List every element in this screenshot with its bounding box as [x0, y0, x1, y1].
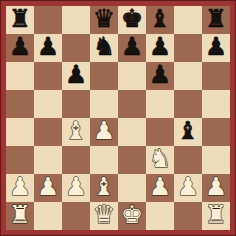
- piece-black-king[interactable]: ♚: [121, 6, 143, 33]
- square-f3[interactable]: ♞: [146, 146, 174, 174]
- square-e4[interactable]: [118, 118, 146, 146]
- piece-white-bishop[interactable]: ♝: [65, 118, 87, 145]
- square-g4[interactable]: ♝: [174, 118, 202, 146]
- piece-black-pawn[interactable]: ♟: [205, 34, 227, 61]
- piece-white-rook[interactable]: ♜: [205, 202, 227, 229]
- square-f6[interactable]: ♟: [146, 62, 174, 90]
- square-d7[interactable]: ♞: [90, 34, 118, 62]
- square-b6[interactable]: [34, 62, 62, 90]
- square-c4[interactable]: ♝: [62, 118, 90, 146]
- square-c2[interactable]: ♟: [62, 174, 90, 202]
- square-e3[interactable]: [118, 146, 146, 174]
- piece-black-pawn[interactable]: ♟: [9, 34, 31, 61]
- piece-white-pawn[interactable]: ♟: [205, 174, 227, 201]
- square-d4[interactable]: ♟: [90, 118, 118, 146]
- square-b7[interactable]: ♟: [34, 34, 62, 62]
- square-b2[interactable]: ♟: [34, 174, 62, 202]
- square-b3[interactable]: [34, 146, 62, 174]
- square-d3[interactable]: [90, 146, 118, 174]
- piece-black-pawn[interactable]: ♟: [121, 34, 143, 61]
- square-a6[interactable]: [6, 62, 34, 90]
- piece-black-bishop[interactable]: ♝: [177, 118, 199, 145]
- piece-black-bishop[interactable]: ♝: [149, 6, 171, 33]
- square-a8[interactable]: ♜: [6, 6, 34, 34]
- square-e5[interactable]: [118, 90, 146, 118]
- square-a7[interactable]: ♟: [6, 34, 34, 62]
- square-a2[interactable]: ♟: [6, 174, 34, 202]
- square-e1[interactable]: ♚: [118, 202, 146, 230]
- square-a4[interactable]: [6, 118, 34, 146]
- piece-black-queen[interactable]: ♛: [93, 6, 115, 33]
- square-g3[interactable]: [174, 146, 202, 174]
- square-h2[interactable]: ♟: [202, 174, 230, 202]
- square-c6[interactable]: ♟: [62, 62, 90, 90]
- square-f1[interactable]: [146, 202, 174, 230]
- square-d5[interactable]: [90, 90, 118, 118]
- piece-white-pawn[interactable]: ♟: [93, 118, 115, 145]
- square-a3[interactable]: [6, 146, 34, 174]
- square-c5[interactable]: [62, 90, 90, 118]
- square-c7[interactable]: [62, 34, 90, 62]
- square-f2[interactable]: ♟: [146, 174, 174, 202]
- square-g7[interactable]: [174, 34, 202, 62]
- square-b4[interactable]: [34, 118, 62, 146]
- square-a5[interactable]: [6, 90, 34, 118]
- square-d2[interactable]: ♝: [90, 174, 118, 202]
- board-grid: ♜♛♚♝♜♟♟♞♟♟♟♟♟♝♟♝♞♟♟♟♝♟♟♟♜♛♚♜: [6, 6, 230, 230]
- piece-white-king[interactable]: ♚: [121, 202, 143, 229]
- square-e7[interactable]: ♟: [118, 34, 146, 62]
- piece-black-knight[interactable]: ♞: [93, 34, 115, 61]
- chess-board: ♜♛♚♝♜♟♟♞♟♟♟♟♟♝♟♝♞♟♟♟♝♟♟♟♜♛♚♜: [0, 0, 236, 236]
- piece-white-bishop[interactable]: ♝: [93, 174, 115, 201]
- square-c8[interactable]: [62, 6, 90, 34]
- square-f7[interactable]: ♟: [146, 34, 174, 62]
- square-h3[interactable]: [202, 146, 230, 174]
- piece-white-pawn[interactable]: ♟: [37, 174, 59, 201]
- square-h1[interactable]: ♜: [202, 202, 230, 230]
- piece-black-rook[interactable]: ♜: [9, 6, 31, 33]
- square-b8[interactable]: [34, 6, 62, 34]
- piece-black-pawn[interactable]: ♟: [37, 34, 59, 61]
- square-g1[interactable]: [174, 202, 202, 230]
- square-a1[interactable]: ♜: [6, 202, 34, 230]
- square-f8[interactable]: ♝: [146, 6, 174, 34]
- piece-white-knight[interactable]: ♞: [149, 146, 171, 173]
- piece-white-queen[interactable]: ♛: [93, 202, 115, 229]
- square-g6[interactable]: [174, 62, 202, 90]
- square-d6[interactable]: [90, 62, 118, 90]
- square-g8[interactable]: [174, 6, 202, 34]
- square-h7[interactable]: ♟: [202, 34, 230, 62]
- piece-black-pawn[interactable]: ♟: [149, 62, 171, 89]
- piece-white-pawn[interactable]: ♟: [177, 174, 199, 201]
- square-g5[interactable]: [174, 90, 202, 118]
- piece-black-pawn[interactable]: ♟: [149, 34, 171, 61]
- square-h5[interactable]: [202, 90, 230, 118]
- piece-black-pawn[interactable]: ♟: [65, 62, 87, 89]
- square-b1[interactable]: [34, 202, 62, 230]
- square-c3[interactable]: [62, 146, 90, 174]
- piece-white-pawn[interactable]: ♟: [9, 174, 31, 201]
- square-g2[interactable]: ♟: [174, 174, 202, 202]
- square-f4[interactable]: [146, 118, 174, 146]
- square-h8[interactable]: ♜: [202, 6, 230, 34]
- square-h4[interactable]: [202, 118, 230, 146]
- square-d1[interactable]: ♛: [90, 202, 118, 230]
- piece-white-pawn[interactable]: ♟: [65, 174, 87, 201]
- piece-black-rook[interactable]: ♜: [205, 6, 227, 33]
- square-d8[interactable]: ♛: [90, 6, 118, 34]
- square-b5[interactable]: [34, 90, 62, 118]
- square-h6[interactable]: [202, 62, 230, 90]
- square-e8[interactable]: ♚: [118, 6, 146, 34]
- piece-white-rook[interactable]: ♜: [9, 202, 31, 229]
- square-e6[interactable]: [118, 62, 146, 90]
- piece-white-pawn[interactable]: ♟: [149, 174, 171, 201]
- square-e2[interactable]: [118, 174, 146, 202]
- square-c1[interactable]: [62, 202, 90, 230]
- square-f5[interactable]: [146, 90, 174, 118]
